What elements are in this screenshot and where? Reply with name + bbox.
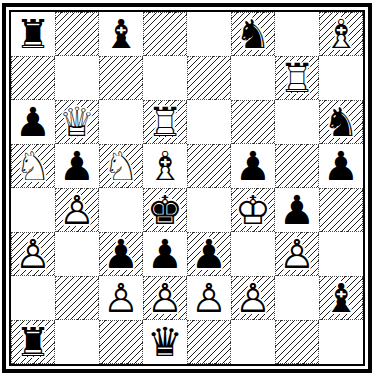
black-rook-icon: ♜	[11, 12, 55, 56]
white-pawn-icon: ♙	[11, 232, 55, 276]
square-b7[interactable]	[55, 56, 99, 100]
black-pawn-icon: ♟	[99, 232, 143, 276]
square-h6[interactable]: ♞♞	[319, 100, 363, 144]
piece-black-bishop: ♝♝	[319, 276, 363, 320]
square-c3[interactable]: ♟♟	[99, 232, 143, 276]
black-knight-icon: ♞	[231, 12, 275, 56]
square-d5[interactable]: ♝♗	[143, 144, 187, 188]
square-a2[interactable]	[11, 276, 55, 320]
white-pawn-icon: ♙	[99, 276, 143, 320]
piece-white-pawn: ♟♙	[55, 188, 99, 232]
white-pawn-icon: ♙	[275, 232, 319, 276]
piece-white-halo: ♝	[319, 12, 363, 56]
square-b8[interactable]	[55, 12, 99, 56]
piece-white-halo: ♚	[143, 188, 187, 232]
piece-white-pawn: ♟♙	[11, 232, 55, 276]
square-d7[interactable]	[143, 56, 187, 100]
piece-white-halo: ♟	[99, 276, 143, 320]
square-e1[interactable]	[187, 320, 231, 364]
square-c4[interactable]	[99, 188, 143, 232]
square-a1[interactable]: ♜♜	[11, 320, 55, 364]
black-pawn-icon: ♟	[231, 144, 275, 188]
square-h7[interactable]	[319, 56, 363, 100]
chess-board: ♜♜♝♝♞♞♝♗♜♖♟♟♛♕♜♖♞♞♞♘♟♟♞♘♝♗♟♟♟♟♟♙♚♚♚♔♟♟♟♙…	[11, 12, 363, 364]
piece-white-halo: ♞	[99, 144, 143, 188]
piece-white-halo: ♝	[99, 12, 143, 56]
piece-black-pawn: ♟♟	[143, 232, 187, 276]
piece-white-rook: ♜♖	[143, 100, 187, 144]
square-h4[interactable]	[319, 188, 363, 232]
piece-white-halo: ♟	[143, 232, 187, 276]
black-bishop-icon: ♝	[99, 12, 143, 56]
square-a3[interactable]: ♟♙	[11, 232, 55, 276]
black-pawn-icon: ♟	[11, 100, 55, 144]
square-d3[interactable]: ♟♟	[143, 232, 187, 276]
piece-black-pawn: ♟♟	[275, 188, 319, 232]
white-knight-icon: ♘	[99, 144, 143, 188]
square-g1[interactable]	[275, 320, 319, 364]
square-g5[interactable]	[275, 144, 319, 188]
square-e5[interactable]	[187, 144, 231, 188]
square-f6[interactable]	[231, 100, 275, 144]
piece-black-bishop: ♝♝	[99, 12, 143, 56]
white-queen-icon: ♕	[55, 100, 99, 144]
piece-white-halo: ♟	[275, 232, 319, 276]
square-b2[interactable]	[55, 276, 99, 320]
piece-black-pawn: ♟♟	[11, 100, 55, 144]
square-g7[interactable]: ♜♖	[275, 56, 319, 100]
square-e4[interactable]	[187, 188, 231, 232]
piece-black-pawn: ♟♟	[99, 232, 143, 276]
square-g3[interactable]: ♟♙	[275, 232, 319, 276]
black-bishop-icon: ♝	[319, 276, 363, 320]
piece-white-halo: ♝	[319, 276, 363, 320]
square-d1[interactable]: ♛♛	[143, 320, 187, 364]
square-a5[interactable]: ♞♘	[11, 144, 55, 188]
piece-white-halo: ♟	[55, 188, 99, 232]
square-b1[interactable]	[55, 320, 99, 364]
piece-white-pawn: ♟♙	[99, 276, 143, 320]
square-h1[interactable]	[319, 320, 363, 364]
square-a6[interactable]: ♟♟	[11, 100, 55, 144]
square-e3[interactable]: ♟♟	[187, 232, 231, 276]
piece-white-halo: ♟	[11, 100, 55, 144]
square-c7[interactable]	[99, 56, 143, 100]
piece-black-pawn: ♟♟	[319, 144, 363, 188]
piece-white-halo: ♟	[275, 188, 319, 232]
square-e7[interactable]	[187, 56, 231, 100]
square-f3[interactable]	[231, 232, 275, 276]
square-f2[interactable]: ♟♙	[231, 276, 275, 320]
white-pawn-icon: ♙	[231, 276, 275, 320]
white-rook-icon: ♖	[143, 100, 187, 144]
piece-white-halo: ♜	[275, 56, 319, 100]
piece-white-halo: ♟	[187, 276, 231, 320]
piece-black-pawn: ♟♟	[231, 144, 275, 188]
piece-white-halo: ♟	[319, 144, 363, 188]
square-f1[interactable]	[231, 320, 275, 364]
piece-white-knight: ♞♘	[99, 144, 143, 188]
piece-white-pawn: ♟♙	[187, 276, 231, 320]
square-f5[interactable]: ♟♟	[231, 144, 275, 188]
piece-white-halo: ♞	[319, 100, 363, 144]
piece-black-pawn: ♟♟	[187, 232, 231, 276]
square-d8[interactable]	[143, 12, 187, 56]
square-g4[interactable]: ♟♟	[275, 188, 319, 232]
square-a4[interactable]	[11, 188, 55, 232]
square-e6[interactable]	[187, 100, 231, 144]
square-c5[interactable]: ♞♘	[99, 144, 143, 188]
square-e2[interactable]: ♟♙	[187, 276, 231, 320]
piece-white-halo: ♚	[231, 188, 275, 232]
black-pawn-icon: ♟	[275, 188, 319, 232]
piece-black-knight: ♞♞	[319, 100, 363, 144]
black-rook-icon: ♜	[11, 320, 55, 364]
piece-white-halo: ♟	[231, 144, 275, 188]
square-c6[interactable]	[99, 100, 143, 144]
square-h8[interactable]: ♝♗	[319, 12, 363, 56]
square-f7[interactable]	[231, 56, 275, 100]
square-e8[interactable]	[187, 12, 231, 56]
piece-white-bishop: ♝♗	[319, 12, 363, 56]
square-c2[interactable]: ♟♙	[99, 276, 143, 320]
piece-white-halo: ♟	[231, 276, 275, 320]
square-h2[interactable]: ♝♝	[319, 276, 363, 320]
square-g6[interactable]	[275, 100, 319, 144]
piece-white-halo: ♜	[11, 320, 55, 364]
board-inner-border: ♜♜♝♝♞♞♝♗♜♖♟♟♛♕♜♖♞♞♞♘♟♟♞♘♝♗♟♟♟♟♟♙♚♚♚♔♟♟♟♙…	[9, 10, 365, 366]
square-a7[interactable]	[11, 56, 55, 100]
square-g8[interactable]	[275, 12, 319, 56]
black-pawn-icon: ♟	[319, 144, 363, 188]
piece-white-pawn: ♟♙	[275, 232, 319, 276]
black-queen-icon: ♛	[143, 320, 187, 364]
piece-white-halo: ♟	[55, 144, 99, 188]
square-d4[interactable]: ♚♚	[143, 188, 187, 232]
square-b5[interactable]: ♟♟	[55, 144, 99, 188]
black-pawn-icon: ♟	[55, 144, 99, 188]
white-rook-icon: ♖	[275, 56, 319, 100]
square-h3[interactable]	[319, 232, 363, 276]
square-c8[interactable]: ♝♝	[99, 12, 143, 56]
piece-black-rook: ♜♜	[11, 12, 55, 56]
piece-white-halo: ♜	[11, 12, 55, 56]
piece-white-king: ♚♔	[231, 188, 275, 232]
square-f8[interactable]: ♞♞	[231, 12, 275, 56]
white-bishop-icon: ♗	[143, 144, 187, 188]
white-bishop-icon: ♗	[319, 12, 363, 56]
black-knight-icon: ♞	[319, 100, 363, 144]
piece-white-knight: ♞♘	[11, 144, 55, 188]
square-g2[interactable]	[275, 276, 319, 320]
square-b3[interactable]	[55, 232, 99, 276]
piece-black-king: ♚♚	[143, 188, 187, 232]
square-c1[interactable]	[99, 320, 143, 364]
white-pawn-icon: ♙	[55, 188, 99, 232]
piece-white-halo: ♟	[187, 232, 231, 276]
piece-white-halo: ♛	[143, 320, 187, 364]
white-king-icon: ♔	[231, 188, 275, 232]
piece-white-bishop: ♝♗	[143, 144, 187, 188]
black-king-icon: ♚	[143, 188, 187, 232]
piece-white-pawn: ♟♙	[143, 276, 187, 320]
square-d2[interactable]: ♟♙	[143, 276, 187, 320]
piece-white-halo: ♝	[143, 144, 187, 188]
piece-white-halo: ♟	[143, 276, 187, 320]
black-pawn-icon: ♟	[143, 232, 187, 276]
white-pawn-icon: ♙	[187, 276, 231, 320]
piece-white-halo: ♞	[231, 12, 275, 56]
square-d6[interactable]: ♜♖	[143, 100, 187, 144]
piece-white-halo: ♟	[99, 232, 143, 276]
square-b6[interactable]: ♛♕	[55, 100, 99, 144]
black-pawn-icon: ♟	[187, 232, 231, 276]
white-knight-icon: ♘	[11, 144, 55, 188]
board-outer-border: ♜♜♝♝♞♞♝♗♜♖♟♟♛♕♜♖♞♞♞♘♟♟♞♘♝♗♟♟♟♟♟♙♚♚♚♔♟♟♟♙…	[2, 3, 372, 373]
white-pawn-icon: ♙	[143, 276, 187, 320]
piece-white-rook: ♜♖	[275, 56, 319, 100]
square-h5[interactable]: ♟♟	[319, 144, 363, 188]
piece-white-halo: ♞	[11, 144, 55, 188]
square-b4[interactable]: ♟♙	[55, 188, 99, 232]
piece-white-halo: ♟	[11, 232, 55, 276]
chess-diagram: ♜♜♝♝♞♞♝♗♜♖♟♟♛♕♜♖♞♞♞♘♟♟♞♘♝♗♟♟♟♟♟♙♚♚♚♔♟♟♟♙…	[0, 0, 378, 379]
piece-black-knight: ♞♞	[231, 12, 275, 56]
piece-white-pawn: ♟♙	[231, 276, 275, 320]
piece-white-queen: ♛♕	[55, 100, 99, 144]
piece-black-rook: ♜♜	[11, 320, 55, 364]
square-f4[interactable]: ♚♔	[231, 188, 275, 232]
piece-black-pawn: ♟♟	[55, 144, 99, 188]
square-a8[interactable]: ♜♜	[11, 12, 55, 56]
piece-white-halo: ♜	[143, 100, 187, 144]
piece-white-halo: ♛	[55, 100, 99, 144]
piece-black-queen: ♛♛	[143, 320, 187, 364]
